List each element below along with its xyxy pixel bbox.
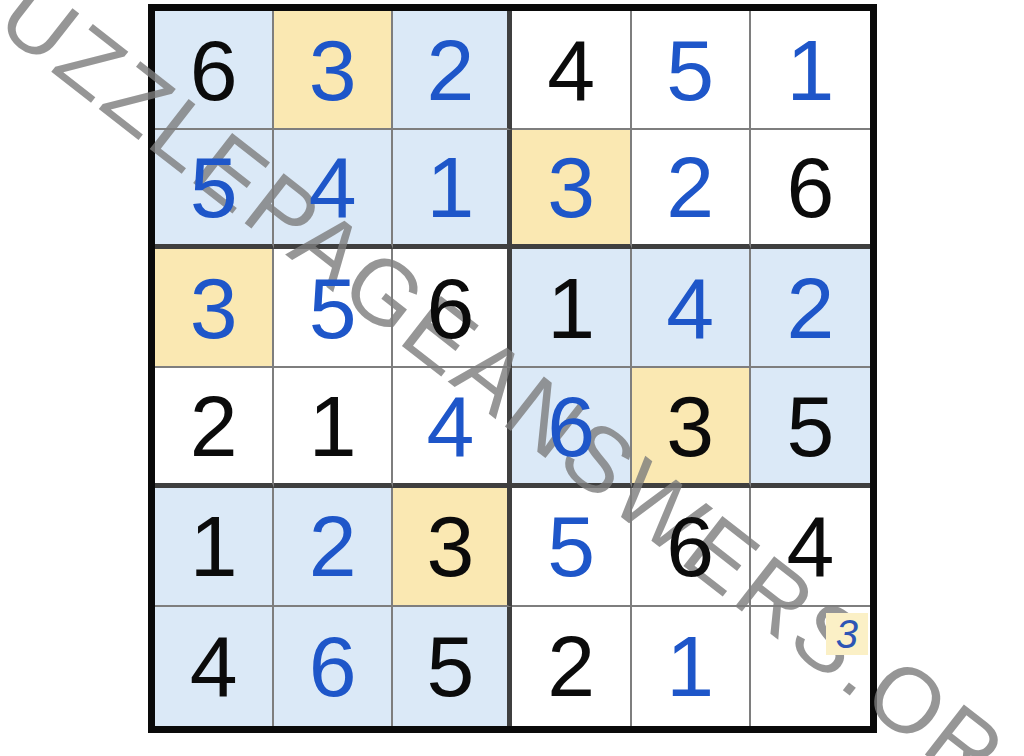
- cell-r3c2[interactable]: 5: [274, 249, 393, 368]
- digit: 2: [309, 503, 357, 589]
- digit: 1: [666, 623, 714, 709]
- cell-r2c1[interactable]: 5: [155, 130, 274, 249]
- cell-r2c5[interactable]: 2: [632, 130, 751, 249]
- cell-r3c4[interactable]: 1: [512, 249, 631, 368]
- digit: 2: [786, 265, 834, 351]
- cell-r6c4[interactable]: 2: [512, 607, 631, 726]
- cell-r3c6[interactable]: 2: [751, 249, 870, 368]
- digit: 1: [426, 144, 474, 230]
- cell-r6c5[interactable]: 1: [632, 607, 751, 726]
- cell-r6c6[interactable]: 3: [751, 607, 870, 726]
- digit: 6: [786, 144, 834, 230]
- cell-r5c6[interactable]: 4: [751, 488, 870, 607]
- page: 632451541326356142214635123564465213 PUZ…: [0, 0, 1024, 756]
- digit: 1: [547, 265, 595, 351]
- cell-r1c2[interactable]: 3: [274, 11, 393, 130]
- digit: 2: [666, 144, 714, 230]
- cell-r2c3[interactable]: 1: [393, 130, 512, 249]
- digit: 1: [786, 27, 834, 113]
- digit: 4: [190, 623, 238, 709]
- cell-r4c2[interactable]: 1: [274, 368, 393, 487]
- cell-r1c6[interactable]: 1: [751, 11, 870, 130]
- cell-r3c3[interactable]: 6: [393, 249, 512, 368]
- digit: 6: [309, 623, 357, 709]
- digit: 5: [666, 27, 714, 113]
- digit: 6: [547, 383, 595, 469]
- digit: 2: [426, 27, 474, 113]
- cell-r4c1[interactable]: 2: [155, 368, 274, 487]
- digit: 4: [547, 27, 595, 113]
- cell-r5c5[interactable]: 6: [632, 488, 751, 607]
- sudoku-board: 632451541326356142214635123564465213: [148, 4, 877, 733]
- cell-r3c1[interactable]: 3: [155, 249, 274, 368]
- digit: 6: [666, 503, 714, 589]
- cell-r2c6[interactable]: 6: [751, 130, 870, 249]
- cell-r1c4[interactable]: 4: [512, 11, 631, 130]
- cell-r6c1[interactable]: 4: [155, 607, 274, 726]
- cell-r5c2[interactable]: 2: [274, 488, 393, 607]
- digit: 4: [426, 383, 474, 469]
- cell-r6c2[interactable]: 6: [274, 607, 393, 726]
- digit: 3: [309, 27, 357, 113]
- cell-r4c3[interactable]: 4: [393, 368, 512, 487]
- cell-r6c3[interactable]: 5: [393, 607, 512, 726]
- digit: 5: [426, 623, 474, 709]
- cell-r5c3[interactable]: 3: [393, 488, 512, 607]
- digit: 2: [190, 383, 238, 469]
- digit: 1: [309, 383, 357, 469]
- digit: 2: [547, 623, 595, 709]
- digit: 1: [190, 503, 238, 589]
- digit: 5: [309, 265, 357, 351]
- cell-r1c1[interactable]: 6: [155, 11, 274, 130]
- digit: 4: [666, 265, 714, 351]
- cell-r5c1[interactable]: 1: [155, 488, 274, 607]
- digit: 5: [190, 144, 238, 230]
- cell-r2c2[interactable]: 4: [274, 130, 393, 249]
- digit: 3: [426, 503, 474, 589]
- digit: 6: [426, 265, 474, 351]
- digit: 3: [666, 383, 714, 469]
- digit: 6: [190, 27, 238, 113]
- cell-r1c3[interactable]: 2: [393, 11, 512, 130]
- cell-r4c6[interactable]: 5: [751, 368, 870, 487]
- pencil-mark: 3: [826, 613, 868, 655]
- digit: 5: [547, 503, 595, 589]
- cell-r1c5[interactable]: 5: [632, 11, 751, 130]
- digit: 3: [547, 144, 595, 230]
- digit: 4: [309, 144, 357, 230]
- cell-r4c5[interactable]: 3: [632, 368, 751, 487]
- cell-r3c5[interactable]: 4: [632, 249, 751, 368]
- digit: 5: [786, 383, 834, 469]
- digit: 4: [786, 503, 834, 589]
- cell-r5c4[interactable]: 5: [512, 488, 631, 607]
- digit: 3: [190, 265, 238, 351]
- cell-r2c4[interactable]: 3: [512, 130, 631, 249]
- cell-r4c4[interactable]: 6: [512, 368, 631, 487]
